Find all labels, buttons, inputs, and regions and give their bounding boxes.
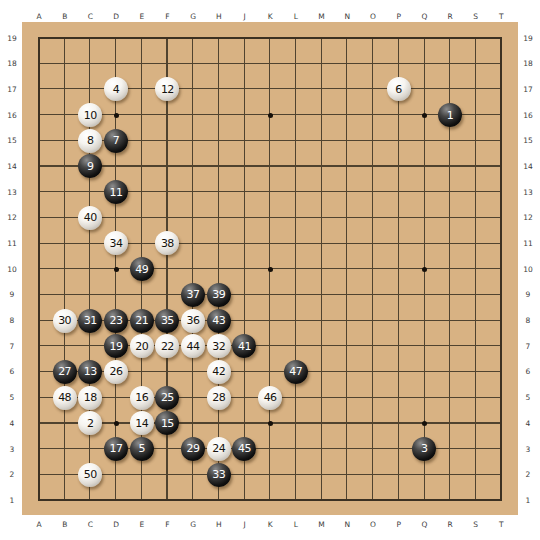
- intersection-E1[interactable]: [129, 487, 155, 513]
- stone-white-46[interactable]: 46: [258, 386, 282, 410]
- stone-white-28[interactable]: 28: [207, 386, 231, 410]
- intersection-O6[interactable]: [360, 359, 386, 385]
- intersection-O16[interactable]: [360, 102, 386, 128]
- intersection-J5[interactable]: [232, 385, 258, 411]
- intersection-Q7[interactable]: [411, 333, 437, 359]
- intersection-C3[interactable]: [77, 436, 103, 462]
- intersection-P14[interactable]: [386, 154, 412, 180]
- intersection-O9[interactable]: [360, 282, 386, 308]
- intersection-P10[interactable]: [386, 256, 412, 282]
- intersection-N1[interactable]: [334, 487, 360, 513]
- intersection-H8[interactable]: 43: [206, 308, 232, 334]
- intersection-R2[interactable]: [437, 462, 463, 488]
- intersection-G17[interactable]: [180, 76, 206, 102]
- intersection-Q17[interactable]: [411, 76, 437, 102]
- intersection-L11[interactable]: [283, 231, 309, 257]
- stone-black-45[interactable]: 45: [232, 437, 256, 461]
- intersection-N6[interactable]: [334, 359, 360, 385]
- intersection-C12[interactable]: 40: [77, 205, 103, 231]
- stone-white-36[interactable]: 36: [181, 309, 205, 333]
- stone-white-38[interactable]: 38: [155, 231, 179, 255]
- stone-white-4[interactable]: 4: [104, 77, 128, 101]
- intersection-E5[interactable]: 16: [129, 385, 155, 411]
- intersection-S8[interactable]: [463, 308, 489, 334]
- intersection-A12[interactable]: [26, 205, 52, 231]
- intersection-Q15[interactable]: [411, 128, 437, 154]
- intersection-T2[interactable]: [488, 462, 514, 488]
- intersection-A3[interactable]: [26, 436, 52, 462]
- stone-white-16[interactable]: 16: [130, 386, 154, 410]
- stone-black-1[interactable]: 1: [438, 103, 462, 127]
- intersection-N12[interactable]: [334, 205, 360, 231]
- intersection-D6[interactable]: 26: [103, 359, 129, 385]
- intersection-T13[interactable]: [488, 179, 514, 205]
- intersection-G6[interactable]: [180, 359, 206, 385]
- intersection-E13[interactable]: [129, 179, 155, 205]
- intersection-A8[interactable]: [26, 308, 52, 334]
- intersection-C15[interactable]: 8: [77, 128, 103, 154]
- intersection-N17[interactable]: [334, 76, 360, 102]
- intersection-K13[interactable]: [257, 179, 283, 205]
- intersection-G7[interactable]: 44: [180, 333, 206, 359]
- intersection-O1[interactable]: [360, 487, 386, 513]
- intersection-L13[interactable]: [283, 179, 309, 205]
- stone-white-14[interactable]: 14: [130, 411, 154, 435]
- intersection-F8[interactable]: 35: [155, 308, 181, 334]
- stone-black-29[interactable]: 29: [181, 437, 205, 461]
- intersection-N16[interactable]: [334, 102, 360, 128]
- intersection-C2[interactable]: 50: [77, 462, 103, 488]
- intersection-D3[interactable]: 17: [103, 436, 129, 462]
- intersection-P3[interactable]: [386, 436, 412, 462]
- intersection-C11[interactable]: [77, 231, 103, 257]
- intersection-P8[interactable]: [386, 308, 412, 334]
- intersection-E8[interactable]: 21: [129, 308, 155, 334]
- intersection-C6[interactable]: 13: [77, 359, 103, 385]
- intersection-L12[interactable]: [283, 205, 309, 231]
- intersection-G8[interactable]: 36: [180, 308, 206, 334]
- intersection-J13[interactable]: [232, 179, 258, 205]
- intersection-H18[interactable]: [206, 51, 232, 77]
- stone-black-21[interactable]: 21: [130, 309, 154, 333]
- intersection-F15[interactable]: [155, 128, 181, 154]
- intersection-M10[interactable]: [309, 256, 335, 282]
- intersection-T14[interactable]: [488, 154, 514, 180]
- intersection-O2[interactable]: [360, 462, 386, 488]
- intersection-E14[interactable]: [129, 154, 155, 180]
- intersection-E18[interactable]: [129, 51, 155, 77]
- intersection-T19[interactable]: [488, 25, 514, 51]
- intersection-M14[interactable]: [309, 154, 335, 180]
- intersection-R10[interactable]: [437, 256, 463, 282]
- intersection-F5[interactable]: 25: [155, 385, 181, 411]
- stone-white-44[interactable]: 44: [181, 334, 205, 358]
- intersection-L18[interactable]: [283, 51, 309, 77]
- intersection-B13[interactable]: [52, 179, 78, 205]
- intersection-B4[interactable]: [52, 410, 78, 436]
- intersection-O5[interactable]: [360, 385, 386, 411]
- intersection-M3[interactable]: [309, 436, 335, 462]
- intersection-Q13[interactable]: [411, 179, 437, 205]
- intersection-F14[interactable]: [155, 154, 181, 180]
- intersection-A13[interactable]: [26, 179, 52, 205]
- intersection-J6[interactable]: [232, 359, 258, 385]
- intersection-H9[interactable]: 39: [206, 282, 232, 308]
- intersection-Q11[interactable]: [411, 231, 437, 257]
- intersection-G16[interactable]: [180, 102, 206, 128]
- intersection-T8[interactable]: [488, 308, 514, 334]
- intersection-M9[interactable]: [309, 282, 335, 308]
- intersection-N19[interactable]: [334, 25, 360, 51]
- intersection-P16[interactable]: [386, 102, 412, 128]
- stone-black-5[interactable]: 5: [130, 437, 154, 461]
- intersection-K8[interactable]: [257, 308, 283, 334]
- intersection-C16[interactable]: 10: [77, 102, 103, 128]
- intersection-S16[interactable]: [463, 102, 489, 128]
- intersection-K15[interactable]: [257, 128, 283, 154]
- intersection-C14[interactable]: 9: [77, 154, 103, 180]
- intersection-J9[interactable]: [232, 282, 258, 308]
- intersection-P9[interactable]: [386, 282, 412, 308]
- intersection-A11[interactable]: [26, 231, 52, 257]
- intersection-Q1[interactable]: [411, 487, 437, 513]
- intersection-Q19[interactable]: [411, 25, 437, 51]
- intersection-B6[interactable]: 27: [52, 359, 78, 385]
- stone-white-12[interactable]: 12: [155, 77, 179, 101]
- intersection-C4[interactable]: 2: [77, 410, 103, 436]
- intersection-C17[interactable]: [77, 76, 103, 102]
- intersection-G15[interactable]: [180, 128, 206, 154]
- intersection-J3[interactable]: 45: [232, 436, 258, 462]
- intersection-D15[interactable]: 7: [103, 128, 129, 154]
- intersection-R17[interactable]: [437, 76, 463, 102]
- intersection-B17[interactable]: [52, 76, 78, 102]
- stone-white-42[interactable]: 42: [207, 360, 231, 384]
- intersection-T16[interactable]: [488, 102, 514, 128]
- intersection-Q4[interactable]: [411, 410, 437, 436]
- stone-black-15[interactable]: 15: [155, 411, 179, 435]
- stone-black-37[interactable]: 37: [181, 283, 205, 307]
- intersection-O10[interactable]: [360, 256, 386, 282]
- intersection-D7[interactable]: 19: [103, 333, 129, 359]
- intersection-A1[interactable]: [26, 487, 52, 513]
- intersection-K2[interactable]: [257, 462, 283, 488]
- intersection-S14[interactable]: [463, 154, 489, 180]
- intersection-O14[interactable]: [360, 154, 386, 180]
- intersection-F19[interactable]: [155, 25, 181, 51]
- intersection-A10[interactable]: [26, 256, 52, 282]
- stone-black-27[interactable]: 27: [53, 360, 77, 384]
- intersection-R8[interactable]: [437, 308, 463, 334]
- intersection-L7[interactable]: [283, 333, 309, 359]
- intersection-B18[interactable]: [52, 51, 78, 77]
- intersection-T18[interactable]: [488, 51, 514, 77]
- intersection-P2[interactable]: [386, 462, 412, 488]
- intersection-P17[interactable]: 6: [386, 76, 412, 102]
- stone-black-33[interactable]: 33: [207, 463, 231, 487]
- intersection-P1[interactable]: [386, 487, 412, 513]
- intersection-D9[interactable]: [103, 282, 129, 308]
- intersection-J14[interactable]: [232, 154, 258, 180]
- intersection-L8[interactable]: [283, 308, 309, 334]
- intersection-T4[interactable]: [488, 410, 514, 436]
- intersection-T9[interactable]: [488, 282, 514, 308]
- intersection-N8[interactable]: [334, 308, 360, 334]
- stone-white-30[interactable]: 30: [53, 309, 77, 333]
- intersection-H3[interactable]: 24: [206, 436, 232, 462]
- intersection-P12[interactable]: [386, 205, 412, 231]
- intersection-L17[interactable]: [283, 76, 309, 102]
- intersection-F9[interactable]: [155, 282, 181, 308]
- intersection-H16[interactable]: [206, 102, 232, 128]
- intersection-Q9[interactable]: [411, 282, 437, 308]
- intersection-R6[interactable]: [437, 359, 463, 385]
- intersection-E9[interactable]: [129, 282, 155, 308]
- intersection-T3[interactable]: [488, 436, 514, 462]
- intersection-Q14[interactable]: [411, 154, 437, 180]
- intersection-R16[interactable]: 1: [437, 102, 463, 128]
- intersection-Q3[interactable]: 3: [411, 436, 437, 462]
- intersection-O18[interactable]: [360, 51, 386, 77]
- intersection-N10[interactable]: [334, 256, 360, 282]
- intersection-B16[interactable]: [52, 102, 78, 128]
- intersection-F11[interactable]: 38: [155, 231, 181, 257]
- intersection-J10[interactable]: [232, 256, 258, 282]
- intersection-D11[interactable]: 34: [103, 231, 129, 257]
- intersection-Q6[interactable]: [411, 359, 437, 385]
- intersection-O12[interactable]: [360, 205, 386, 231]
- stone-black-25[interactable]: 25: [155, 386, 179, 410]
- intersection-J15[interactable]: [232, 128, 258, 154]
- stone-white-20[interactable]: 20: [130, 334, 154, 358]
- stone-black-31[interactable]: 31: [78, 309, 102, 333]
- intersection-E3[interactable]: 5: [129, 436, 155, 462]
- stone-white-8[interactable]: 8: [78, 129, 102, 153]
- intersection-H19[interactable]: [206, 25, 232, 51]
- intersection-L1[interactable]: [283, 487, 309, 513]
- intersection-S2[interactable]: [463, 462, 489, 488]
- intersection-K14[interactable]: [257, 154, 283, 180]
- intersection-D5[interactable]: [103, 385, 129, 411]
- stone-white-22[interactable]: 22: [155, 334, 179, 358]
- intersection-J11[interactable]: [232, 231, 258, 257]
- intersection-N5[interactable]: [334, 385, 360, 411]
- intersection-M4[interactable]: [309, 410, 335, 436]
- intersection-H17[interactable]: [206, 76, 232, 102]
- intersection-G13[interactable]: [180, 179, 206, 205]
- intersection-M18[interactable]: [309, 51, 335, 77]
- intersection-H14[interactable]: [206, 154, 232, 180]
- intersection-G12[interactable]: [180, 205, 206, 231]
- intersection-R1[interactable]: [437, 487, 463, 513]
- intersection-D17[interactable]: 4: [103, 76, 129, 102]
- intersection-F17[interactable]: 12: [155, 76, 181, 102]
- intersection-N14[interactable]: [334, 154, 360, 180]
- intersection-O7[interactable]: [360, 333, 386, 359]
- intersection-C5[interactable]: 18: [77, 385, 103, 411]
- intersection-G18[interactable]: [180, 51, 206, 77]
- intersection-B9[interactable]: [52, 282, 78, 308]
- intersection-P11[interactable]: [386, 231, 412, 257]
- intersection-N11[interactable]: [334, 231, 360, 257]
- intersection-A19[interactable]: [26, 25, 52, 51]
- intersection-J7[interactable]: 41: [232, 333, 258, 359]
- intersection-G1[interactable]: [180, 487, 206, 513]
- intersection-P7[interactable]: [386, 333, 412, 359]
- intersection-Q12[interactable]: [411, 205, 437, 231]
- intersection-A4[interactable]: [26, 410, 52, 436]
- intersection-O19[interactable]: [360, 25, 386, 51]
- intersection-G4[interactable]: [180, 410, 206, 436]
- intersection-D16[interactable]: [103, 102, 129, 128]
- intersection-H2[interactable]: 33: [206, 462, 232, 488]
- intersection-O3[interactable]: [360, 436, 386, 462]
- intersection-A17[interactable]: [26, 76, 52, 102]
- intersection-T11[interactable]: [488, 231, 514, 257]
- intersection-S7[interactable]: [463, 333, 489, 359]
- intersection-M2[interactable]: [309, 462, 335, 488]
- intersection-H12[interactable]: [206, 205, 232, 231]
- intersection-M1[interactable]: [309, 487, 335, 513]
- intersection-K6[interactable]: [257, 359, 283, 385]
- intersection-E12[interactable]: [129, 205, 155, 231]
- intersection-H11[interactable]: [206, 231, 232, 257]
- intersection-E19[interactable]: [129, 25, 155, 51]
- intersection-K12[interactable]: [257, 205, 283, 231]
- intersection-R7[interactable]: [437, 333, 463, 359]
- intersection-A9[interactable]: [26, 282, 52, 308]
- intersection-P6[interactable]: [386, 359, 412, 385]
- intersection-D12[interactable]: [103, 205, 129, 231]
- intersection-G11[interactable]: [180, 231, 206, 257]
- intersection-E16[interactable]: [129, 102, 155, 128]
- intersection-J19[interactable]: [232, 25, 258, 51]
- intersection-A5[interactable]: [26, 385, 52, 411]
- intersection-C7[interactable]: [77, 333, 103, 359]
- stone-white-6[interactable]: 6: [387, 77, 411, 101]
- intersection-R5[interactable]: [437, 385, 463, 411]
- intersection-J16[interactable]: [232, 102, 258, 128]
- stone-black-9[interactable]: 9: [78, 154, 102, 178]
- intersection-L10[interactable]: [283, 256, 309, 282]
- intersection-L6[interactable]: 47: [283, 359, 309, 385]
- stone-white-32[interactable]: 32: [207, 334, 231, 358]
- intersection-F3[interactable]: [155, 436, 181, 462]
- intersection-T17[interactable]: [488, 76, 514, 102]
- intersection-M15[interactable]: [309, 128, 335, 154]
- intersection-N18[interactable]: [334, 51, 360, 77]
- intersection-S11[interactable]: [463, 231, 489, 257]
- stone-black-11[interactable]: 11: [104, 180, 128, 204]
- intersection-L16[interactable]: [283, 102, 309, 128]
- intersection-B14[interactable]: [52, 154, 78, 180]
- intersection-N4[interactable]: [334, 410, 360, 436]
- stone-black-47[interactable]: 47: [284, 360, 308, 384]
- intersection-H4[interactable]: [206, 410, 232, 436]
- intersection-L2[interactable]: [283, 462, 309, 488]
- stone-black-35[interactable]: 35: [155, 309, 179, 333]
- stone-black-43[interactable]: 43: [207, 309, 231, 333]
- intersection-O13[interactable]: [360, 179, 386, 205]
- intersection-S1[interactable]: [463, 487, 489, 513]
- intersection-H15[interactable]: [206, 128, 232, 154]
- intersection-L5[interactable]: [283, 385, 309, 411]
- stone-black-17[interactable]: 17: [104, 437, 128, 461]
- intersection-A7[interactable]: [26, 333, 52, 359]
- intersection-B2[interactable]: [52, 462, 78, 488]
- intersection-M6[interactable]: [309, 359, 335, 385]
- intersection-F12[interactable]: [155, 205, 181, 231]
- stone-white-40[interactable]: 40: [78, 206, 102, 230]
- intersection-T10[interactable]: [488, 256, 514, 282]
- intersection-K18[interactable]: [257, 51, 283, 77]
- stone-black-23[interactable]: 23: [104, 309, 128, 333]
- intersection-M7[interactable]: [309, 333, 335, 359]
- intersection-J17[interactable]: [232, 76, 258, 102]
- intersection-S10[interactable]: [463, 256, 489, 282]
- intersection-C10[interactable]: [77, 256, 103, 282]
- intersection-H7[interactable]: 32: [206, 333, 232, 359]
- intersection-R12[interactable]: [437, 205, 463, 231]
- intersection-B11[interactable]: [52, 231, 78, 257]
- intersection-H10[interactable]: [206, 256, 232, 282]
- intersection-F10[interactable]: [155, 256, 181, 282]
- intersection-K9[interactable]: [257, 282, 283, 308]
- intersection-T5[interactable]: [488, 385, 514, 411]
- intersection-P19[interactable]: [386, 25, 412, 51]
- intersection-L15[interactable]: [283, 128, 309, 154]
- intersection-A14[interactable]: [26, 154, 52, 180]
- intersection-E2[interactable]: [129, 462, 155, 488]
- intersection-L3[interactable]: [283, 436, 309, 462]
- intersection-G3[interactable]: 29: [180, 436, 206, 462]
- intersection-L14[interactable]: [283, 154, 309, 180]
- intersection-E4[interactable]: 14: [129, 410, 155, 436]
- intersection-R18[interactable]: [437, 51, 463, 77]
- intersection-S13[interactable]: [463, 179, 489, 205]
- intersection-A15[interactable]: [26, 128, 52, 154]
- intersection-F1[interactable]: [155, 487, 181, 513]
- intersection-K16[interactable]: [257, 102, 283, 128]
- stone-black-49[interactable]: 49: [130, 257, 154, 281]
- intersection-J18[interactable]: [232, 51, 258, 77]
- stone-white-50[interactable]: 50: [78, 463, 102, 487]
- intersection-P5[interactable]: [386, 385, 412, 411]
- intersection-D19[interactable]: [103, 25, 129, 51]
- intersection-M11[interactable]: [309, 231, 335, 257]
- intersection-E11[interactable]: [129, 231, 155, 257]
- intersection-M8[interactable]: [309, 308, 335, 334]
- intersection-C1[interactable]: [77, 487, 103, 513]
- intersection-O4[interactable]: [360, 410, 386, 436]
- intersection-D4[interactable]: [103, 410, 129, 436]
- intersection-J12[interactable]: [232, 205, 258, 231]
- intersection-K19[interactable]: [257, 25, 283, 51]
- intersection-R4[interactable]: [437, 410, 463, 436]
- intersection-B7[interactable]: [52, 333, 78, 359]
- intersection-B10[interactable]: [52, 256, 78, 282]
- intersection-E7[interactable]: 20: [129, 333, 155, 359]
- intersection-S18[interactable]: [463, 51, 489, 77]
- intersection-A6[interactable]: [26, 359, 52, 385]
- intersection-L19[interactable]: [283, 25, 309, 51]
- intersection-K10[interactable]: [257, 256, 283, 282]
- intersection-K1[interactable]: [257, 487, 283, 513]
- intersection-M19[interactable]: [309, 25, 335, 51]
- intersection-O8[interactable]: [360, 308, 386, 334]
- intersection-Q8[interactable]: [411, 308, 437, 334]
- stone-white-48[interactable]: 48: [53, 386, 77, 410]
